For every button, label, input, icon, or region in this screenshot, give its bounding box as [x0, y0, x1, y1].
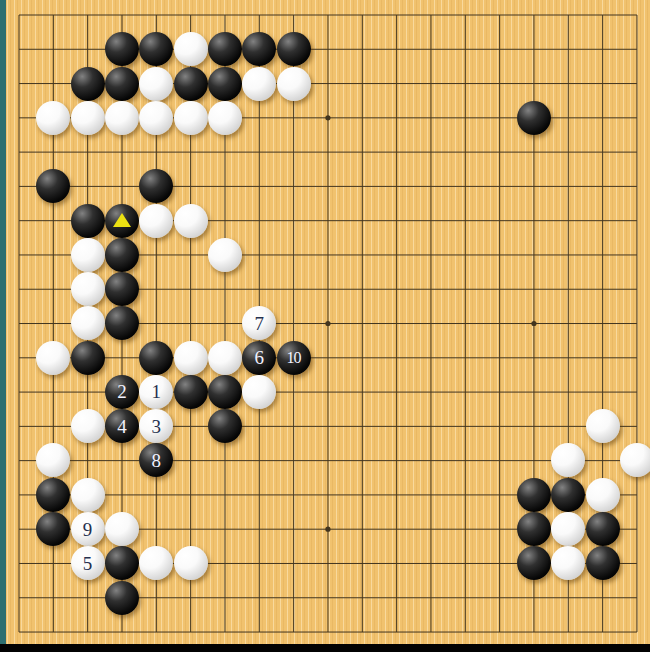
window-edge-bottom [0, 644, 650, 652]
stone-white[interactable]: 9 [71, 512, 105, 546]
stone-black[interactable] [71, 204, 105, 238]
stone-black[interactable] [517, 101, 551, 135]
move-number: 8 [152, 451, 162, 470]
stones-layer[interactable]: 76102143895 [2, 0, 650, 649]
stone-black[interactable]: 6 [242, 341, 276, 375]
stone-white[interactable] [174, 32, 208, 66]
stone-black[interactable] [242, 32, 276, 66]
go-board[interactable]: 76102143895 [0, 0, 650, 652]
stone-black[interactable] [139, 341, 173, 375]
stone-white[interactable] [139, 101, 173, 135]
move-number: 4 [117, 417, 127, 436]
move-number: 10 [287, 350, 301, 366]
stone-white[interactable] [139, 204, 173, 238]
stone-black[interactable] [277, 32, 311, 66]
stone-black[interactable] [517, 512, 551, 546]
move-number: 7 [255, 314, 265, 333]
stone-white[interactable] [551, 546, 585, 580]
stone-black[interactable] [139, 32, 173, 66]
stone-black[interactable] [71, 67, 105, 101]
move-number: 1 [152, 382, 162, 401]
stone-black[interactable] [174, 375, 208, 409]
stone-black[interactable] [174, 67, 208, 101]
stone-black[interactable] [139, 169, 173, 203]
stone-black[interactable] [105, 306, 139, 340]
stone-white[interactable] [36, 101, 70, 135]
move-number: 6 [255, 348, 265, 367]
stone-black[interactable] [105, 204, 139, 238]
stone-white[interactable] [551, 512, 585, 546]
stone-white[interactable] [174, 341, 208, 375]
stone-black[interactable] [208, 375, 242, 409]
stone-white[interactable] [208, 238, 242, 272]
stone-black[interactable] [105, 32, 139, 66]
stone-black[interactable] [208, 409, 242, 443]
stone-white[interactable] [71, 101, 105, 135]
stone-white[interactable]: 5 [71, 546, 105, 580]
stone-white[interactable] [208, 101, 242, 135]
stone-white[interactable] [551, 443, 585, 477]
stone-black[interactable] [36, 169, 70, 203]
stone-white[interactable] [71, 306, 105, 340]
stone-black[interactable] [551, 478, 585, 512]
stone-white[interactable] [105, 101, 139, 135]
stone-white[interactable] [174, 101, 208, 135]
stone-black[interactable] [105, 272, 139, 306]
stone-white[interactable] [71, 478, 105, 512]
stone-black[interactable] [105, 67, 139, 101]
stone-white[interactable]: 7 [242, 306, 276, 340]
stone-black[interactable] [105, 546, 139, 580]
stone-black[interactable] [586, 512, 620, 546]
stone-black[interactable] [586, 546, 620, 580]
move-number: 5 [83, 554, 93, 573]
stone-white[interactable] [242, 67, 276, 101]
stone-black[interactable] [36, 478, 70, 512]
stone-white[interactable]: 1 [139, 375, 173, 409]
move-number: 9 [83, 520, 93, 539]
stone-white[interactable] [174, 204, 208, 238]
stone-black[interactable] [517, 478, 551, 512]
stone-white[interactable] [71, 272, 105, 306]
stone-white[interactable] [242, 375, 276, 409]
stone-white[interactable] [71, 409, 105, 443]
stone-white[interactable] [586, 478, 620, 512]
stone-black[interactable]: 10 [277, 341, 311, 375]
stone-black[interactable] [105, 581, 139, 615]
stone-white[interactable] [174, 546, 208, 580]
window-edge-left [0, 0, 6, 646]
move-number: 2 [117, 382, 127, 401]
stone-white[interactable] [105, 512, 139, 546]
stone-black[interactable] [71, 341, 105, 375]
stone-white[interactable] [139, 67, 173, 101]
stone-white[interactable] [36, 443, 70, 477]
stone-white[interactable] [139, 546, 173, 580]
stone-black[interactable] [208, 32, 242, 66]
stone-white[interactable] [71, 238, 105, 272]
stone-black[interactable]: 4 [105, 409, 139, 443]
stone-white[interactable] [36, 341, 70, 375]
stone-white[interactable] [620, 443, 650, 477]
move-number: 3 [152, 417, 162, 436]
stone-black[interactable] [105, 238, 139, 272]
stone-white[interactable] [277, 67, 311, 101]
stone-black[interactable]: 2 [105, 375, 139, 409]
stone-black[interactable] [36, 512, 70, 546]
stone-white[interactable] [586, 409, 620, 443]
stone-white[interactable] [208, 341, 242, 375]
stone-white[interactable]: 3 [139, 409, 173, 443]
stone-black[interactable]: 8 [139, 443, 173, 477]
triangle-marker-icon [113, 213, 131, 227]
stone-black[interactable] [517, 546, 551, 580]
stone-black[interactable] [208, 67, 242, 101]
